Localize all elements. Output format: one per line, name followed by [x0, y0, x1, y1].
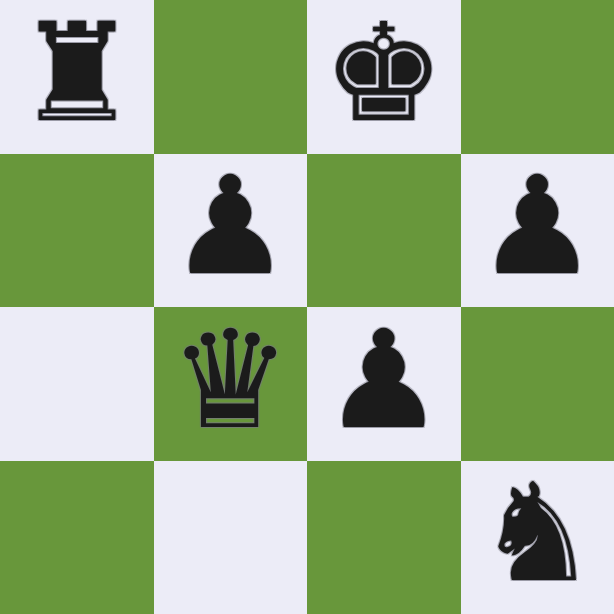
black-king-piece[interactable]: ♚ — [323, 5, 445, 141]
board-square-r2c2[interactable]: ♟ — [307, 307, 461, 461]
black-pawn-piece[interactable]: ♟ — [169, 158, 291, 294]
black-rook-piece[interactable]: ♜ — [16, 5, 138, 141]
black-queen-piece[interactable]: ♛ — [169, 312, 291, 448]
board-square-r1c3[interactable]: ♟ — [461, 154, 614, 308]
board-square-r0c2[interactable]: ♚ — [307, 0, 461, 154]
board-square-r2c0[interactable] — [0, 307, 154, 461]
board-square-r2c1[interactable]: ♛ — [154, 307, 308, 461]
black-knight-piece[interactable]: ♞ — [476, 465, 598, 601]
black-pawn-piece[interactable]: ♟ — [476, 158, 598, 294]
black-pawn-piece[interactable]: ♟ — [323, 312, 445, 448]
board-square-r1c1[interactable]: ♟ — [154, 154, 308, 308]
board-square-r0c0[interactable]: ♜ — [0, 0, 154, 154]
board-square-r3c2[interactable] — [307, 461, 461, 614]
board-square-r1c2[interactable] — [307, 154, 461, 308]
chess-board: ♜♚♟♟♛♟♞ — [0, 0, 614, 614]
board-square-r0c3[interactable] — [461, 0, 614, 154]
board-square-r0c1[interactable] — [154, 0, 308, 154]
board-square-r1c0[interactable] — [0, 154, 154, 308]
board-square-r3c3[interactable]: ♞ — [461, 461, 614, 614]
board-square-r3c0[interactable] — [0, 461, 154, 614]
board-square-r2c3[interactable] — [461, 307, 614, 461]
board-square-r3c1[interactable] — [154, 461, 308, 614]
